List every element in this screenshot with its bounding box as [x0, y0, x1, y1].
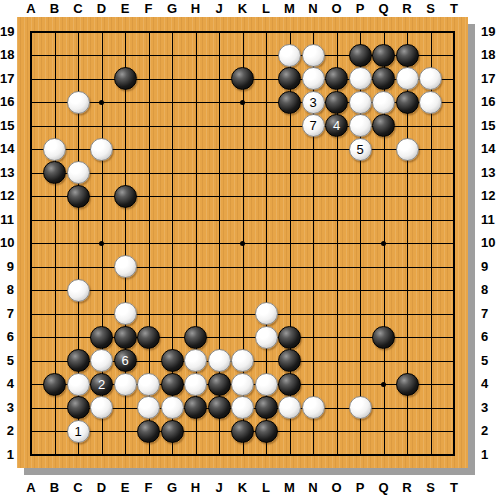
- coord-label-top-K: K: [233, 2, 253, 16]
- coord-label-top-S: S: [421, 2, 441, 16]
- coord-label-bottom-F: F: [139, 481, 159, 495]
- coord-label-right-15: 15: [481, 119, 499, 133]
- coord-label-left-19: 19: [0, 25, 14, 39]
- black-stone[interactable]: [161, 373, 184, 396]
- coord-label-right-9: 9: [481, 260, 499, 274]
- star-point: [240, 241, 245, 246]
- black-stone[interactable]: [372, 44, 395, 67]
- star-point: [99, 100, 104, 105]
- move-number-label: 5: [356, 143, 363, 156]
- coord-label-right-13: 13: [481, 166, 499, 180]
- coord-label-bottom-B: B: [45, 481, 65, 495]
- coord-label-bottom-C: C: [68, 481, 88, 495]
- coord-label-top-E: E: [115, 2, 135, 16]
- coord-label-right-7: 7: [481, 307, 499, 321]
- coord-label-right-1: 1: [481, 448, 499, 462]
- coord-label-left-14: 14: [0, 142, 14, 156]
- white-stone[interactable]: [255, 326, 278, 349]
- white-stone[interactable]: [231, 349, 254, 372]
- coord-label-left-1: 1: [0, 448, 14, 462]
- coord-label-bottom-S: S: [421, 481, 441, 495]
- coord-label-right-4: 4: [481, 377, 499, 391]
- go-board[interactable]: 3745621: [17, 17, 468, 468]
- move-number-label: 7: [309, 119, 316, 132]
- black-stone-move-4[interactable]: 4: [325, 114, 348, 137]
- coord-label-left-7: 7: [0, 307, 14, 321]
- black-stone[interactable]: [114, 185, 137, 208]
- black-stone[interactable]: [208, 373, 231, 396]
- black-stone[interactable]: [255, 420, 278, 443]
- coord-label-bottom-G: G: [162, 481, 182, 495]
- coord-label-top-T: T: [444, 2, 464, 16]
- black-stone[interactable]: [278, 91, 301, 114]
- black-stone[interactable]: [67, 349, 90, 372]
- white-stone[interactable]: [396, 67, 419, 90]
- go-diagram: 3745621 AABBCCDDEEFFGGHHJJKKLLMMNNOOPPQQ…: [0, 0, 500, 500]
- white-stone[interactable]: [184, 373, 207, 396]
- coord-label-left-10: 10: [0, 236, 14, 250]
- coord-label-right-2: 2: [481, 424, 499, 438]
- coord-label-top-L: L: [256, 2, 276, 16]
- coord-label-left-11: 11: [0, 213, 14, 227]
- coord-label-left-18: 18: [0, 48, 14, 62]
- black-stone[interactable]: [396, 373, 419, 396]
- coord-label-top-B: B: [45, 2, 65, 16]
- black-stone[interactable]: [231, 67, 254, 90]
- move-number-label: 3: [309, 96, 316, 109]
- grid-line-horizontal: [30, 454, 455, 456]
- coord-label-right-18: 18: [481, 48, 499, 62]
- black-stone-move-6[interactable]: 6: [114, 349, 137, 372]
- coord-label-bottom-R: R: [397, 481, 417, 495]
- grid-line-horizontal: [30, 290, 455, 291]
- move-number-label: 6: [121, 354, 128, 367]
- coord-label-left-6: 6: [0, 330, 14, 344]
- coord-label-top-Q: Q: [374, 2, 394, 16]
- star-point: [381, 382, 386, 387]
- coord-label-right-6: 6: [481, 330, 499, 344]
- coord-label-bottom-T: T: [444, 481, 464, 495]
- black-stone[interactable]: [325, 91, 348, 114]
- black-stone[interactable]: [161, 349, 184, 372]
- white-stone[interactable]: [302, 67, 325, 90]
- coord-label-bottom-L: L: [256, 481, 276, 495]
- coord-label-left-3: 3: [0, 401, 14, 415]
- black-stone[interactable]: [278, 67, 301, 90]
- white-stone[interactable]: [349, 396, 372, 419]
- white-stone[interactable]: [349, 67, 372, 90]
- white-stone[interactable]: [67, 161, 90, 184]
- coord-label-left-8: 8: [0, 283, 14, 297]
- white-stone[interactable]: [231, 396, 254, 419]
- star-point: [240, 100, 245, 105]
- coord-label-top-O: O: [327, 2, 347, 16]
- white-stone[interactable]: [208, 349, 231, 372]
- coord-label-left-17: 17: [0, 72, 14, 86]
- coord-label-bottom-K: K: [233, 481, 253, 495]
- star-point: [381, 241, 386, 246]
- coord-label-left-5: 5: [0, 354, 14, 368]
- black-stone[interactable]: [184, 396, 207, 419]
- white-stone[interactable]: [302, 44, 325, 67]
- black-stone[interactable]: [396, 91, 419, 114]
- black-stone[interactable]: [208, 396, 231, 419]
- black-stone[interactable]: [231, 420, 254, 443]
- white-stone[interactable]: [419, 67, 442, 90]
- white-stone[interactable]: [90, 349, 113, 372]
- coord-label-bottom-H: H: [186, 481, 206, 495]
- white-stone[interactable]: [349, 114, 372, 137]
- black-stone[interactable]: [161, 420, 184, 443]
- coord-label-top-C: C: [68, 2, 88, 16]
- grid-line-vertical: [453, 31, 455, 456]
- coord-label-right-11: 11: [481, 213, 499, 227]
- white-stone-move-5[interactable]: 5: [349, 138, 372, 161]
- white-stone[interactable]: [349, 91, 372, 114]
- coord-label-bottom-M: M: [280, 481, 300, 495]
- black-stone[interactable]: [184, 326, 207, 349]
- white-stone[interactable]: [255, 373, 278, 396]
- coord-label-right-16: 16: [481, 95, 499, 109]
- move-number-label: 2: [98, 378, 105, 391]
- white-stone-move-7[interactable]: 7: [302, 114, 325, 137]
- black-stone[interactable]: [325, 67, 348, 90]
- grid-line-horizontal: [30, 267, 455, 268]
- black-stone[interactable]: [137, 420, 160, 443]
- white-stone[interactable]: [278, 396, 301, 419]
- coord-label-bottom-A: A: [21, 481, 41, 495]
- coord-label-top-M: M: [280, 2, 300, 16]
- coord-label-right-12: 12: [481, 189, 499, 203]
- grid-line-horizontal: [30, 314, 455, 315]
- coord-label-top-H: H: [186, 2, 206, 16]
- white-stone[interactable]: [67, 279, 90, 302]
- coord-label-top-G: G: [162, 2, 182, 16]
- black-stone-move-2[interactable]: 2: [90, 373, 113, 396]
- black-stone[interactable]: [114, 326, 137, 349]
- coord-label-top-A: A: [21, 2, 41, 16]
- coord-label-left-4: 4: [0, 377, 14, 391]
- white-stone[interactable]: [161, 396, 184, 419]
- white-stone[interactable]: [372, 91, 395, 114]
- coord-label-bottom-D: D: [92, 481, 112, 495]
- white-stone[interactable]: [184, 349, 207, 372]
- coord-label-right-14: 14: [481, 142, 499, 156]
- coord-label-bottom-E: E: [115, 481, 135, 495]
- white-stone[interactable]: [114, 302, 137, 325]
- white-stone[interactable]: [43, 138, 66, 161]
- black-stone[interactable]: [396, 44, 419, 67]
- black-stone[interactable]: [137, 326, 160, 349]
- white-stone[interactable]: [137, 373, 160, 396]
- coord-label-bottom-J: J: [209, 481, 229, 495]
- black-stone[interactable]: [43, 373, 66, 396]
- coord-label-left-13: 13: [0, 166, 14, 180]
- white-stone[interactable]: [90, 396, 113, 419]
- white-stone[interactable]: [67, 91, 90, 114]
- black-stone[interactable]: [349, 44, 372, 67]
- white-stone[interactable]: [419, 91, 442, 114]
- white-stone[interactable]: [396, 138, 419, 161]
- black-stone[interactable]: [90, 326, 113, 349]
- coord-label-left-9: 9: [0, 260, 14, 274]
- coord-label-top-D: D: [92, 2, 112, 16]
- white-stone-move-3[interactable]: 3: [302, 91, 325, 114]
- black-stone[interactable]: [372, 114, 395, 137]
- coord-label-right-17: 17: [481, 72, 499, 86]
- coord-label-bottom-N: N: [303, 481, 323, 495]
- coord-label-bottom-O: O: [327, 481, 347, 495]
- white-stone[interactable]: [255, 302, 278, 325]
- coord-label-bottom-Q: Q: [374, 481, 394, 495]
- white-stone[interactable]: [67, 373, 90, 396]
- coord-label-right-10: 10: [481, 236, 499, 250]
- coord-label-right-8: 8: [481, 283, 499, 297]
- coord-label-top-P: P: [350, 2, 370, 16]
- black-stone[interactable]: [43, 161, 66, 184]
- coord-label-left-12: 12: [0, 189, 14, 203]
- coord-label-right-5: 5: [481, 354, 499, 368]
- move-number-label: 4: [333, 119, 340, 132]
- white-stone[interactable]: [302, 396, 325, 419]
- black-stone[interactable]: [372, 326, 395, 349]
- star-point: [99, 241, 104, 246]
- coord-label-top-N: N: [303, 2, 323, 16]
- black-stone[interactable]: [255, 396, 278, 419]
- black-stone[interactable]: [278, 349, 301, 372]
- move-number-label: 1: [74, 425, 81, 438]
- white-stone[interactable]: [231, 373, 254, 396]
- coord-label-left-2: 2: [0, 424, 14, 438]
- coord-label-left-15: 15: [0, 119, 14, 133]
- black-stone[interactable]: [67, 396, 90, 419]
- white-stone[interactable]: [137, 396, 160, 419]
- black-stone[interactable]: [278, 373, 301, 396]
- coord-label-top-J: J: [209, 2, 229, 16]
- black-stone[interactable]: [67, 185, 90, 208]
- black-stone[interactable]: [278, 326, 301, 349]
- white-stone[interactable]: [114, 373, 137, 396]
- coord-label-bottom-P: P: [350, 481, 370, 495]
- white-stone[interactable]: [278, 44, 301, 67]
- white-stone-move-1[interactable]: 1: [67, 420, 90, 443]
- white-stone[interactable]: [114, 255, 137, 278]
- coord-label-right-3: 3: [481, 401, 499, 415]
- coord-label-top-R: R: [397, 2, 417, 16]
- black-stone[interactable]: [372, 67, 395, 90]
- coord-label-right-19: 19: [481, 25, 499, 39]
- coord-label-top-F: F: [139, 2, 159, 16]
- black-stone[interactable]: [114, 67, 137, 90]
- white-stone[interactable]: [90, 138, 113, 161]
- coord-label-left-16: 16: [0, 95, 14, 109]
